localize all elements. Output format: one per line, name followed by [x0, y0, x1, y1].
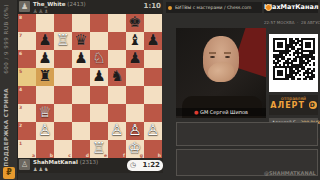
coord-rank-5: 5	[19, 69, 22, 74]
streamer-face	[203, 36, 239, 82]
square-d6[interactable]: ♟	[72, 50, 90, 68]
piece-white-king[interactable]: ♔	[126, 139, 144, 157]
eye-left	[210, 56, 215, 58]
clock-icon: ◷	[130, 160, 136, 171]
streamer-hand	[206, 60, 236, 85]
board: 8♚7♟♖♛♝♟6♟♟♘♟5♜♟♞43♕2♙♙♙♙1abcde♖fg♔h	[18, 14, 162, 158]
square-f1[interactable]: f	[108, 140, 126, 158]
webcam-caption: ● GM Сергей Шипов	[176, 108, 266, 116]
piece-black-rook[interactable]: ♜	[36, 67, 54, 85]
date-label: 28 АВГУСТА 2023	[301, 20, 320, 25]
square-h4[interactable]	[144, 86, 162, 104]
square-g6[interactable]: ♟	[126, 50, 144, 68]
webcam-view: ● GM Сергей Шипов	[176, 28, 266, 118]
square-d5[interactable]	[72, 68, 90, 86]
stream-screen: 600 / 9 999 RUB (6%) ПОДДЕРЖКА СТРИМА ₽ …	[0, 0, 320, 180]
square-f6[interactable]	[108, 50, 126, 68]
square-h5[interactable]	[144, 68, 162, 86]
piece-black-queen[interactable]: ♛	[72, 31, 90, 49]
piece-white-pawn[interactable]: ♙	[126, 121, 144, 139]
stream-title-text: БИТВЫ с мастерами / Chess.com	[175, 5, 251, 10]
square-e2[interactable]	[90, 122, 108, 140]
piece-black-pawn[interactable]: ♟	[144, 31, 162, 49]
channel-watermark: @SHAHMATKANAL	[264, 170, 316, 176]
square-h3[interactable]	[144, 104, 162, 122]
square-d1[interactable]: d	[72, 140, 90, 158]
square-b5[interactable]: ♜	[36, 68, 54, 86]
bottom-player-clock: ◷1:22	[127, 160, 163, 171]
square-c6[interactable]	[54, 50, 72, 68]
square-f3[interactable]	[108, 104, 126, 122]
stream-support-label: ПОДДЕРЖКА СТРИМА	[3, 88, 9, 166]
square-d3[interactable]	[72, 104, 90, 122]
piece-white-pawn[interactable]: ♙	[144, 121, 162, 139]
square-a6[interactable]: 6	[18, 50, 36, 68]
qr-code	[273, 38, 315, 80]
donationalerts-icon: D	[309, 101, 317, 109]
square-h2[interactable]: ♙	[144, 122, 162, 140]
square-b4[interactable]	[36, 86, 54, 104]
square-e8[interactable]	[90, 14, 108, 32]
square-h1[interactable]: h	[144, 140, 162, 158]
piece-black-pawn[interactable]: ♟	[36, 31, 54, 49]
time-label: 22:57 МОСКВА	[264, 20, 295, 25]
square-e6[interactable]: ♘	[90, 50, 108, 68]
eye-right	[225, 56, 230, 58]
square-b6[interactable]: ♟	[36, 50, 54, 68]
square-f5[interactable]: ♞	[108, 68, 126, 86]
square-f2[interactable]: ♙	[108, 122, 126, 140]
square-h6[interactable]	[144, 50, 162, 68]
square-g8[interactable]: ♚	[126, 14, 144, 32]
coord-rank-7: 7	[19, 33, 22, 38]
bottom-player-clock-time: 1:22	[143, 161, 160, 169]
piece-black-pawn[interactable]: ♟	[36, 49, 54, 67]
square-a8[interactable]: 8	[18, 14, 36, 32]
piece-white-knight[interactable]: ♘	[90, 49, 108, 67]
channel-logo-icon	[265, 4, 272, 11]
bottom-player-bar: ♙ ShahMatKanal (2313) ♟♟♞ ◷1:22	[18, 158, 163, 173]
square-d4[interactable]	[72, 86, 90, 104]
coord-rank-4: 4	[19, 87, 22, 92]
bottom-player-rating: (2313)	[80, 159, 98, 165]
square-c8[interactable]	[54, 14, 72, 32]
square-a7[interactable]: 7	[18, 32, 36, 50]
donation-progress-label: 600 / 9 999 RUB (6%)	[3, 4, 9, 74]
square-c2[interactable]	[54, 122, 72, 140]
top-player-bar: ♟ The_White (2413) ♙♙♗ 1:10	[18, 0, 163, 14]
square-a3[interactable]: 3	[18, 104, 36, 122]
top-player-username: The_White	[33, 1, 65, 7]
square-g1[interactable]: g♔	[126, 140, 144, 158]
square-b7[interactable]: ♟	[36, 32, 54, 50]
piece-white-pawn[interactable]: ♙	[108, 121, 126, 139]
donation-sidebar: 600 / 9 999 RUB (6%) ПОДДЕРЖКА СТРИМА ₽	[0, 0, 18, 180]
piece-white-pawn[interactable]: ♙	[36, 121, 54, 139]
live-dot-icon: ●	[194, 109, 198, 115]
qr-code-panel	[269, 34, 318, 92]
stream-title-bar: БИТВЫ с мастерами / Chess.com	[166, 2, 262, 13]
alert-banner-word: АЛЕРТ	[270, 101, 308, 110]
piece-black-king[interactable]: ♚	[126, 13, 144, 31]
square-a1[interactable]: 1a	[18, 140, 36, 158]
square-b2[interactable]: ♙	[36, 122, 54, 140]
donation-alert-banner[interactable]: отправляй АЛЕРТ D	[269, 95, 318, 115]
piece-white-rook[interactable]: ♖	[54, 31, 72, 49]
square-c5[interactable]	[54, 68, 72, 86]
square-e3[interactable]	[90, 104, 108, 122]
donate-icon[interactable]: ₽	[3, 167, 15, 179]
square-f8[interactable]	[108, 14, 126, 32]
piece-black-pawn[interactable]: ♟	[90, 67, 108, 85]
square-g2[interactable]: ♙	[126, 122, 144, 140]
square-d7[interactable]: ♛	[72, 32, 90, 50]
bottom-player-name: ShahMatKanal (2313)	[33, 159, 98, 165]
coord-rank-3: 3	[19, 105, 22, 110]
square-b3[interactable]: ♕	[36, 104, 54, 122]
bottom-player-avatar[interactable]: ♙	[19, 159, 30, 170]
square-e1[interactable]: e♖	[90, 140, 108, 158]
square-g7[interactable]: ♝	[126, 32, 144, 50]
datetime-label: 22:57 МОСКВА · 28 АВГУСТА 2023	[264, 20, 318, 25]
piece-black-bishop[interactable]: ♝	[126, 31, 144, 49]
square-a2[interactable]: 2	[18, 122, 36, 140]
square-f7[interactable]	[108, 32, 126, 50]
piece-black-knight[interactable]: ♞	[108, 67, 126, 85]
top-player-rating: (2413)	[67, 1, 85, 7]
info-panel-1	[176, 122, 318, 146]
square-e7[interactable]	[90, 32, 108, 50]
channel-name-bar: ШахМатКанал	[264, 2, 318, 13]
square-e5[interactable]: ♟	[90, 68, 108, 86]
alert-banner-big-text: АЛЕРТ D	[269, 101, 318, 110]
piece-white-rook[interactable]: ♖	[90, 139, 108, 157]
square-h7[interactable]: ♟	[144, 32, 162, 50]
square-c7[interactable]: ♖	[54, 32, 72, 50]
square-h8[interactable]	[144, 14, 162, 32]
bottom-player-captured-pieces: ♟♟♞	[33, 166, 49, 172]
square-c1[interactable]: c	[54, 140, 72, 158]
bottom-player-username: ShahMatKanal	[33, 159, 78, 165]
square-d8[interactable]	[72, 14, 90, 32]
piece-black-pawn[interactable]: ♟	[126, 49, 144, 67]
square-a5[interactable]: 5	[18, 68, 36, 86]
square-g5[interactable]	[126, 68, 144, 86]
stream-title-icon	[168, 6, 172, 10]
square-g3[interactable]	[126, 104, 144, 122]
square-f4[interactable]	[108, 86, 126, 104]
piece-white-queen[interactable]: ♕	[36, 103, 54, 121]
coord-rank-2: 2	[19, 123, 22, 128]
square-e4[interactable]	[90, 86, 108, 104]
streamer-name: GM Сергей Шипов	[200, 109, 248, 115]
top-player-name: The_White (2413)	[33, 1, 86, 7]
top-player-avatar[interactable]: ♟	[19, 1, 30, 12]
coord-rank-1: 1	[19, 141, 22, 146]
square-g4[interactable]	[126, 86, 144, 104]
top-player-clock: 1:10	[144, 2, 161, 10]
square-c4[interactable]	[54, 86, 72, 104]
coord-rank-6: 6	[19, 51, 22, 56]
square-a4[interactable]: 4	[18, 86, 36, 104]
channel-name: ШахМатКанал	[264, 3, 319, 11]
coord-rank-8: 8	[19, 15, 22, 20]
brow-left	[209, 52, 216, 54]
square-b8[interactable]	[36, 14, 54, 32]
square-c3[interactable]	[54, 104, 72, 122]
square-b1[interactable]: b	[36, 140, 54, 158]
piece-black-pawn[interactable]: ♟	[72, 49, 90, 67]
square-d2[interactable]	[72, 122, 90, 140]
brow-right	[224, 52, 231, 54]
